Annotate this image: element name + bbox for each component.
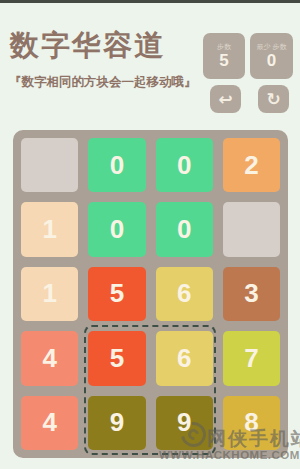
puzzle-board: 002100156345674998 <box>13 130 288 458</box>
tile-9[interactable]: 9 <box>156 396 213 450</box>
empty-cell <box>21 138 78 192</box>
tile-7[interactable]: 7 <box>223 331 280 385</box>
min-steps-counter: 最少 步数 0 <box>250 33 293 79</box>
steps-label: 步数 <box>217 42 231 51</box>
undo-button[interactable]: ↩ <box>210 85 241 113</box>
empty-cell <box>223 202 280 256</box>
tile-4[interactable]: 4 <box>21 331 78 385</box>
tile-3[interactable]: 3 <box>223 267 280 321</box>
undo-icon: ↩ <box>218 89 232 110</box>
tile-5[interactable]: 5 <box>88 331 145 385</box>
tile-1[interactable]: 1 <box>21 202 78 256</box>
tile-0[interactable]: 0 <box>156 202 213 256</box>
tile-0[interactable]: 0 <box>88 138 145 192</box>
hint-text: 『数字相同的方块会一起移动哦』 <box>9 74 197 91</box>
page-title: 数字华容道 <box>10 26 165 66</box>
status-bar <box>0 0 300 3</box>
tile-0[interactable]: 0 <box>88 202 145 256</box>
tile-5[interactable]: 5 <box>88 267 145 321</box>
tile-9[interactable]: 9 <box>88 396 145 450</box>
steps-counter: 步数 5 <box>203 33 245 79</box>
min-steps-value: 0 <box>267 51 276 71</box>
restart-button[interactable]: ↻ <box>258 85 289 113</box>
tile-8[interactable]: 8 <box>223 396 280 450</box>
tile-4[interactable]: 4 <box>21 396 78 450</box>
tile-0[interactable]: 0 <box>156 138 213 192</box>
tile-2[interactable]: 2 <box>223 138 280 192</box>
tile-1[interactable]: 1 <box>21 267 78 321</box>
min-steps-label: 最少 步数 <box>257 42 287 51</box>
tile-6[interactable]: 6 <box>156 267 213 321</box>
steps-value: 5 <box>219 51 228 71</box>
refresh-icon: ↻ <box>266 89 280 110</box>
tile-6[interactable]: 6 <box>156 331 213 385</box>
app-screen: 数字华容道 『数字相同的方块会一起移动哦』 步数 5 最少 步数 0 ↩ ↻ 0… <box>0 0 300 469</box>
